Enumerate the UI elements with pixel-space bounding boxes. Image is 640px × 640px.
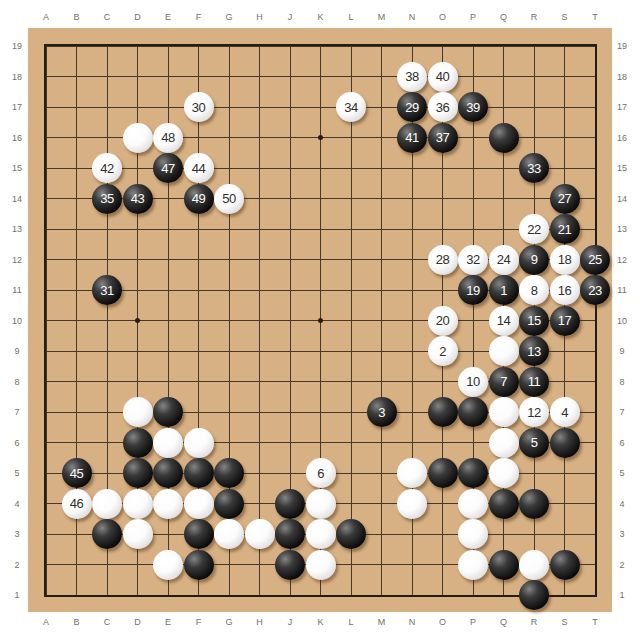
white-stone-R13: 22 [519,214,549,244]
white-stone-Q10: 14 [489,306,519,336]
move-number-43: 43 [131,192,144,205]
coord-label-right-1: 1 [619,590,624,600]
coord-label-top-D: D [134,12,141,22]
coord-label-top-K: K [317,12,323,22]
white-stone-Q6 [489,428,519,458]
coord-label-top-O: O [439,12,446,22]
coord-label-right-2: 2 [619,560,624,570]
black-stone-C14: 35 [92,184,122,214]
white-stone-Q12: 24 [489,245,519,275]
coord-label-bottom-J: J [288,617,293,627]
black-stone-R10: 15 [519,306,549,336]
move-number-24: 24 [497,253,510,266]
black-stone-P17: 39 [458,92,488,122]
black-stone-R9: 13 [519,336,549,366]
go-board-diagram: AABBCCDDEEFFGGHHJJKKLLMMNNOOPPQQRRSSTT19… [0,0,640,640]
coord-label-right-12: 12 [617,255,627,265]
move-number-25: 25 [588,253,601,266]
black-stone-R15: 33 [519,153,549,183]
coord-label-top-J: J [288,12,293,22]
white-stone-C15: 42 [92,153,122,183]
move-number-21: 21 [558,223,571,236]
black-stone-Q8: 7 [489,367,519,397]
coord-label-right-18: 18 [617,72,627,82]
coord-label-bottom-P: P [470,617,476,627]
coord-label-left-10: 10 [12,316,22,326]
move-number-19: 19 [466,284,479,297]
coord-label-left-17: 17 [12,102,22,112]
move-number-32: 32 [466,253,479,266]
move-number-14: 14 [497,314,510,327]
move-number-39: 39 [466,101,479,114]
white-stone-N4 [397,489,427,519]
black-stone-Q16 [489,123,519,153]
coord-label-right-13: 13 [617,224,627,234]
white-stone-K2 [306,550,336,580]
move-number-7: 7 [500,375,507,388]
star-point-K16 [318,135,323,140]
coord-label-left-15: 15 [12,163,22,173]
white-stone-R11: 8 [519,275,549,305]
move-number-47: 47 [161,162,174,175]
coord-label-left-11: 11 [12,285,21,295]
white-stone-K4 [306,489,336,519]
black-stone-F2 [184,550,214,580]
coord-label-right-17: 17 [617,102,627,112]
coord-label-bottom-N: N [409,617,416,627]
white-stone-N18: 38 [397,62,427,92]
white-stone-D3 [123,519,153,549]
move-number-37: 37 [436,131,449,144]
black-stone-F5 [184,458,214,488]
coord-label-bottom-C: C [104,617,111,627]
white-stone-E6 [153,428,183,458]
move-number-17: 17 [558,314,571,327]
coord-label-top-B: B [73,12,79,22]
coord-label-right-3: 3 [619,529,624,539]
white-stone-P2 [458,550,488,580]
black-stone-O5 [428,458,458,488]
black-stone-Q2 [489,550,519,580]
white-stone-D7 [123,397,153,427]
black-stone-S6 [550,428,580,458]
coord-label-right-6: 6 [619,438,624,448]
coord-label-top-Q: Q [500,12,507,22]
black-stone-M7: 3 [367,397,397,427]
white-stone-O9: 2 [428,336,458,366]
coord-label-top-C: C [104,12,111,22]
white-stone-P4 [458,489,488,519]
black-stone-R6: 5 [519,428,549,458]
white-stone-F6 [184,428,214,458]
move-number-27: 27 [558,192,571,205]
coord-label-bottom-H: H [256,617,263,627]
coord-label-left-3: 3 [14,529,19,539]
move-number-22: 22 [527,223,540,236]
black-stone-O16: 37 [428,123,458,153]
white-stone-S12: 18 [550,245,580,275]
move-number-10: 10 [466,375,479,388]
white-stone-H3 [245,519,275,549]
black-stone-P11: 19 [458,275,488,305]
coord-label-top-M: M [378,12,386,22]
move-number-9: 9 [531,253,538,266]
white-stone-D16 [123,123,153,153]
white-stone-E2 [153,550,183,580]
coord-label-right-9: 9 [619,346,624,356]
coord-label-bottom-Q: Q [500,617,507,627]
move-number-18: 18 [558,253,571,266]
coord-label-left-12: 12 [12,255,22,265]
black-stone-D5 [123,458,153,488]
move-number-8: 8 [531,284,538,297]
move-number-38: 38 [405,70,418,83]
move-number-2: 2 [439,345,446,358]
black-stone-C11: 31 [92,275,122,305]
coord-label-left-6: 6 [14,438,19,448]
white-stone-B4: 46 [62,489,92,519]
move-number-28: 28 [436,253,449,266]
white-stone-G14: 50 [214,184,244,214]
coord-label-bottom-E: E [165,617,171,627]
white-stone-F15: 44 [184,153,214,183]
black-stone-L3 [336,519,366,549]
white-stone-C4 [92,489,122,519]
move-number-44: 44 [192,162,205,175]
move-number-12: 12 [527,406,540,419]
coord-label-right-10: 10 [617,316,627,326]
move-number-4: 4 [561,406,568,419]
coord-label-left-13: 13 [12,224,22,234]
coord-label-right-19: 19 [617,41,627,51]
coord-label-bottom-S: S [561,617,567,627]
move-number-6: 6 [317,467,324,480]
coord-label-bottom-D: D [134,617,141,627]
move-number-13: 13 [527,345,540,358]
white-stone-E16: 48 [153,123,183,153]
coord-label-right-7: 7 [619,407,624,417]
coord-label-top-S: S [561,12,567,22]
white-stone-K3 [306,519,336,549]
coord-label-left-18: 18 [12,72,22,82]
move-number-48: 48 [161,131,174,144]
black-stone-S10: 17 [550,306,580,336]
black-stone-E5 [153,458,183,488]
coord-label-bottom-A: A [43,617,49,627]
coord-label-left-7: 7 [14,407,19,417]
coord-label-left-19: 19 [12,41,22,51]
black-stone-R4 [519,489,549,519]
coord-label-right-14: 14 [617,194,627,204]
white-stone-D4 [123,489,153,519]
coord-label-top-R: R [531,12,538,22]
white-stone-L17: 34 [336,92,366,122]
coord-label-bottom-F: F [196,617,202,627]
black-stone-O7 [428,397,458,427]
white-stone-S11: 16 [550,275,580,305]
coord-label-bottom-L: L [348,617,353,627]
black-stone-R8: 11 [519,367,549,397]
move-number-41: 41 [405,131,418,144]
move-number-11: 11 [528,375,541,388]
move-number-45: 45 [70,467,83,480]
coord-label-top-E: E [165,12,171,22]
coord-label-top-A: A [43,12,49,22]
black-stone-G4 [214,489,244,519]
coord-label-top-P: P [470,12,476,22]
coord-label-right-8: 8 [619,377,624,387]
white-stone-N5 [397,458,427,488]
move-number-15: 15 [527,314,540,327]
coord-label-top-H: H [256,12,263,22]
black-stone-Q11: 1 [489,275,519,305]
coord-label-bottom-R: R [531,617,538,627]
coord-label-bottom-O: O [439,617,446,627]
coord-label-left-4: 4 [14,499,19,509]
white-stone-G3 [214,519,244,549]
black-stone-P7 [458,397,488,427]
coord-label-left-5: 5 [14,468,19,478]
black-stone-C3 [92,519,122,549]
black-stone-N16: 41 [397,123,427,153]
move-number-35: 35 [100,192,113,205]
move-number-20: 20 [436,314,449,327]
move-number-29: 29 [405,101,418,114]
white-stone-P8: 10 [458,367,488,397]
coord-label-bottom-T: T [592,617,598,627]
white-stone-O10: 20 [428,306,458,336]
black-stone-E7 [153,397,183,427]
coord-label-top-T: T [592,12,598,22]
star-point-K10 [318,318,323,323]
move-number-5: 5 [531,436,538,449]
white-stone-O17: 36 [428,92,458,122]
move-number-50: 50 [222,192,235,205]
white-stone-Q9 [489,336,519,366]
black-stone-S13: 21 [550,214,580,244]
coord-label-right-15: 15 [617,163,627,173]
black-stone-J3 [275,519,305,549]
black-stone-T12: 25 [580,245,610,275]
coord-label-left-8: 8 [14,377,19,387]
move-number-31: 31 [100,284,113,297]
move-number-46: 46 [70,497,83,510]
white-stone-Q5 [489,458,519,488]
white-stone-E4 [153,489,183,519]
black-stone-S2 [550,550,580,580]
coord-label-right-11: 11 [617,285,626,295]
white-stone-O12: 28 [428,245,458,275]
white-stone-F17: 30 [184,92,214,122]
coord-label-top-N: N [409,12,416,22]
coord-label-bottom-M: M [378,617,386,627]
coord-label-top-G: G [225,12,232,22]
white-stone-F4 [184,489,214,519]
black-stone-G5 [214,458,244,488]
move-number-3: 3 [378,406,385,419]
black-stone-E15: 47 [153,153,183,183]
black-stone-R1 [519,580,549,610]
coord-label-bottom-B: B [73,617,79,627]
star-point-D10 [135,318,140,323]
white-stone-R7: 12 [519,397,549,427]
black-stone-F3 [184,519,214,549]
move-number-49: 49 [192,192,205,205]
white-stone-Q7 [489,397,519,427]
white-stone-S7: 4 [550,397,580,427]
white-stone-P3 [458,519,488,549]
black-stone-J2 [275,550,305,580]
move-number-34: 34 [344,101,357,114]
coord-label-left-14: 14 [12,194,22,204]
coord-label-bottom-G: G [225,617,232,627]
black-stone-Q4 [489,489,519,519]
coord-label-left-16: 16 [12,133,22,143]
black-stone-P5 [458,458,488,488]
coord-label-right-4: 4 [619,499,624,509]
black-stone-J4 [275,489,305,519]
black-stone-N17: 29 [397,92,427,122]
move-number-16: 16 [558,284,571,297]
move-number-1: 1 [500,284,507,297]
black-stone-D6 [123,428,153,458]
coord-label-top-F: F [196,12,202,22]
coord-label-left-9: 9 [14,346,19,356]
move-number-42: 42 [100,162,113,175]
coord-label-right-16: 16 [617,133,627,143]
move-number-23: 23 [588,284,601,297]
coord-label-top-L: L [348,12,353,22]
white-stone-R2 [519,550,549,580]
white-stone-K5: 6 [306,458,336,488]
coord-label-left-1: 1 [14,590,19,600]
move-number-40: 40 [436,70,449,83]
move-number-36: 36 [436,101,449,114]
move-number-30: 30 [192,101,205,114]
black-stone-B5: 45 [62,458,92,488]
white-stone-P12: 32 [458,245,488,275]
coord-label-left-2: 2 [14,560,19,570]
coord-label-right-5: 5 [619,468,624,478]
move-number-33: 33 [527,162,540,175]
black-stone-S14: 27 [550,184,580,214]
black-stone-D14: 43 [123,184,153,214]
black-stone-T11: 23 [580,275,610,305]
coord-label-bottom-K: K [317,617,323,627]
white-stone-O18: 40 [428,62,458,92]
black-stone-F14: 49 [184,184,214,214]
black-stone-R12: 9 [519,245,549,275]
